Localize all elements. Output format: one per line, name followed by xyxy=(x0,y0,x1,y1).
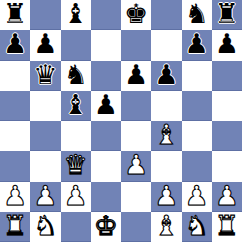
square-b7[interactable]: ♟ xyxy=(30,30,60,60)
piece-white-queen[interactable]: ♛ xyxy=(64,151,88,180)
piece-black-rook[interactable]: ♜ xyxy=(3,0,27,29)
square-a8[interactable]: ♜ xyxy=(0,0,30,30)
square-d8[interactable] xyxy=(91,0,121,30)
square-b8[interactable] xyxy=(30,0,60,30)
piece-black-pawn[interactable]: ♟ xyxy=(3,30,27,59)
square-e5[interactable] xyxy=(121,91,151,121)
piece-black-rook[interactable]: ♜ xyxy=(215,0,239,29)
square-e8[interactable]: ♚ xyxy=(121,0,151,30)
piece-black-bishop[interactable]: ♝ xyxy=(64,0,88,29)
square-c6[interactable]: ♞ xyxy=(61,61,91,91)
square-a2[interactable]: ♟ xyxy=(0,182,30,212)
square-d4[interactable] xyxy=(91,121,121,151)
piece-white-rook[interactable]: ♜ xyxy=(215,212,239,241)
square-e4[interactable] xyxy=(121,121,151,151)
piece-white-knight[interactable]: ♞ xyxy=(33,212,57,241)
piece-black-pawn[interactable]: ♟ xyxy=(215,30,239,59)
square-b1[interactable]: ♞ xyxy=(30,212,60,242)
square-e2[interactable] xyxy=(121,182,151,212)
square-b5[interactable] xyxy=(30,91,60,121)
square-a4[interactable] xyxy=(0,121,30,151)
square-c1[interactable] xyxy=(61,212,91,242)
square-e3[interactable]: ♟ xyxy=(121,151,151,181)
square-c5[interactable]: ♝ xyxy=(61,91,91,121)
square-b3[interactable] xyxy=(30,151,60,181)
piece-black-knight[interactable]: ♞ xyxy=(185,0,209,29)
square-e6[interactable]: ♟ xyxy=(121,61,151,91)
square-g6[interactable] xyxy=(182,61,212,91)
piece-black-pawn[interactable]: ♟ xyxy=(94,91,118,120)
square-d2[interactable] xyxy=(91,182,121,212)
square-c4[interactable] xyxy=(61,121,91,151)
square-a3[interactable] xyxy=(0,151,30,181)
square-g3[interactable] xyxy=(182,151,212,181)
square-f4[interactable]: ♝ xyxy=(151,121,181,151)
square-f3[interactable] xyxy=(151,151,181,181)
square-c8[interactable]: ♝ xyxy=(61,0,91,30)
piece-white-bishop[interactable]: ♝ xyxy=(154,212,178,241)
square-h5[interactable] xyxy=(212,91,242,121)
square-f2[interactable]: ♟ xyxy=(151,182,181,212)
square-f1[interactable]: ♝ xyxy=(151,212,181,242)
square-g7[interactable]: ♟ xyxy=(182,30,212,60)
square-d6[interactable] xyxy=(91,61,121,91)
square-h3[interactable] xyxy=(212,151,242,181)
square-e7[interactable] xyxy=(121,30,151,60)
piece-white-pawn[interactable]: ♟ xyxy=(33,182,57,211)
square-d5[interactable]: ♟ xyxy=(91,91,121,121)
chess-board: ♜♝♚♞♜♟♟♟♟♛♞♟♟♝♟♝♛♟♟♟♟♟♟♟♜♞♚♝♞♜ xyxy=(0,0,242,242)
piece-black-pawn[interactable]: ♟ xyxy=(124,61,148,90)
square-h2[interactable]: ♟ xyxy=(212,182,242,212)
square-b2[interactable]: ♟ xyxy=(30,182,60,212)
piece-white-bishop[interactable]: ♝ xyxy=(154,121,178,150)
piece-black-pawn[interactable]: ♟ xyxy=(154,61,178,90)
piece-black-queen[interactable]: ♛ xyxy=(33,61,57,90)
square-b6[interactable]: ♛ xyxy=(30,61,60,91)
square-a6[interactable] xyxy=(0,61,30,91)
piece-white-pawn[interactable]: ♟ xyxy=(124,151,148,180)
square-f8[interactable] xyxy=(151,0,181,30)
piece-white-pawn[interactable]: ♟ xyxy=(185,182,209,211)
square-a1[interactable]: ♜ xyxy=(0,212,30,242)
piece-black-knight[interactable]: ♞ xyxy=(64,61,88,90)
piece-white-pawn[interactable]: ♟ xyxy=(64,182,88,211)
square-g2[interactable]: ♟ xyxy=(182,182,212,212)
square-a7[interactable]: ♟ xyxy=(0,30,30,60)
square-f5[interactable] xyxy=(151,91,181,121)
piece-white-rook[interactable]: ♜ xyxy=(3,212,27,241)
square-c7[interactable] xyxy=(61,30,91,60)
square-d7[interactable] xyxy=(91,30,121,60)
square-d1[interactable]: ♚ xyxy=(91,212,121,242)
square-f6[interactable]: ♟ xyxy=(151,61,181,91)
piece-black-pawn[interactable]: ♟ xyxy=(33,30,57,59)
square-d3[interactable] xyxy=(91,151,121,181)
piece-black-pawn[interactable]: ♟ xyxy=(185,30,209,59)
piece-white-pawn[interactable]: ♟ xyxy=(3,182,27,211)
square-g8[interactable]: ♞ xyxy=(182,0,212,30)
square-c2[interactable]: ♟ xyxy=(61,182,91,212)
piece-white-pawn[interactable]: ♟ xyxy=(154,182,178,211)
piece-white-pawn[interactable]: ♟ xyxy=(215,182,239,211)
square-g4[interactable] xyxy=(182,121,212,151)
square-e1[interactable] xyxy=(121,212,151,242)
piece-white-king[interactable]: ♚ xyxy=(94,212,118,241)
square-h6[interactable] xyxy=(212,61,242,91)
square-g5[interactable] xyxy=(182,91,212,121)
piece-black-bishop[interactable]: ♝ xyxy=(64,91,88,120)
square-g1[interactable]: ♞ xyxy=(182,212,212,242)
square-b4[interactable] xyxy=(30,121,60,151)
square-h8[interactable]: ♜ xyxy=(212,0,242,30)
square-h1[interactable]: ♜ xyxy=(212,212,242,242)
piece-black-king[interactable]: ♚ xyxy=(124,0,148,29)
square-c3[interactable]: ♛ xyxy=(61,151,91,181)
square-h7[interactable]: ♟ xyxy=(212,30,242,60)
square-a5[interactable] xyxy=(0,91,30,121)
piece-white-knight[interactable]: ♞ xyxy=(185,212,209,241)
square-f7[interactable] xyxy=(151,30,181,60)
square-h4[interactable] xyxy=(212,121,242,151)
